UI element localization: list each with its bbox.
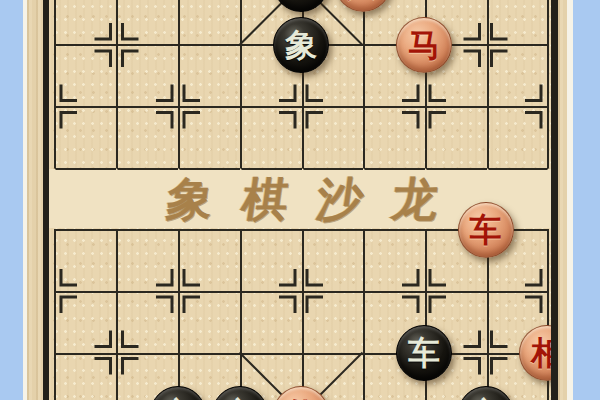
piece-black-elephant[interactable]: 象 (273, 17, 329, 73)
piece-glyph: 车 (470, 214, 502, 246)
piece-black-chariot[interactable]: 车 (396, 325, 452, 381)
board-frame-right (551, 0, 558, 400)
blue-margin-left (0, 0, 23, 400)
blue-margin-right (573, 0, 600, 400)
wood-margin-left (27, 0, 43, 400)
piece-glyph: 象 (285, 29, 317, 61)
xiangqi-screenshot: 象棋沙龙 士兵象马车车相卒卒仕卒 (0, 0, 600, 400)
white-strip-left (23, 0, 27, 400)
wood-margin-right (558, 0, 567, 400)
piece-glyph: 车 (408, 337, 440, 369)
piece-glyph: 马 (408, 29, 440, 61)
piece-red-chariot[interactable]: 车 (458, 202, 514, 258)
piece-red-horse[interactable]: 马 (396, 17, 452, 73)
board-frame-left (43, 0, 49, 400)
